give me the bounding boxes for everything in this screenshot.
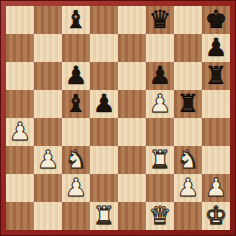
square-a3[interactable] — [6, 146, 34, 174]
square-d6[interactable] — [90, 62, 118, 90]
square-c3[interactable]: ♞ — [62, 146, 90, 174]
square-g7[interactable] — [174, 34, 202, 62]
black-rook[interactable]: ♜ — [177, 91, 199, 116]
square-f7[interactable] — [146, 34, 174, 62]
square-c5[interactable]: ♝ — [62, 90, 90, 118]
square-f6[interactable]: ♟ — [146, 62, 174, 90]
square-b1[interactable] — [34, 202, 62, 230]
square-a5[interactable] — [6, 90, 34, 118]
square-f4[interactable] — [146, 118, 174, 146]
square-a7[interactable] — [6, 34, 34, 62]
square-a6[interactable] — [6, 62, 34, 90]
square-c1[interactable] — [62, 202, 90, 230]
white-knight[interactable]: ♞ — [65, 147, 87, 172]
black-rook[interactable]: ♜ — [205, 63, 227, 88]
square-b6[interactable] — [34, 62, 62, 90]
white-rook[interactable]: ♜ — [93, 203, 115, 228]
black-pawn[interactable]: ♟ — [93, 91, 115, 116]
white-pawn[interactable]: ♟ — [37, 147, 59, 172]
white-queen[interactable]: ♛ — [149, 203, 171, 228]
square-e2[interactable] — [118, 174, 146, 202]
square-e7[interactable] — [118, 34, 146, 62]
black-pawn[interactable]: ♟ — [205, 35, 227, 60]
square-a1[interactable] — [6, 202, 34, 230]
square-a2[interactable] — [6, 174, 34, 202]
black-king[interactable]: ♚ — [205, 7, 227, 32]
square-e3[interactable] — [118, 146, 146, 174]
square-e6[interactable] — [118, 62, 146, 90]
black-bishop[interactable]: ♝ — [65, 91, 87, 116]
square-f2[interactable] — [146, 174, 174, 202]
square-h4[interactable] — [202, 118, 230, 146]
square-f8[interactable]: ♛ — [146, 6, 174, 34]
square-g6[interactable] — [174, 62, 202, 90]
square-a4[interactable]: ♟ — [6, 118, 34, 146]
white-pawn[interactable]: ♟ — [177, 175, 199, 200]
black-bishop[interactable]: ♝ — [65, 7, 87, 32]
square-c6[interactable]: ♟ — [62, 62, 90, 90]
square-c7[interactable] — [62, 34, 90, 62]
white-pawn[interactable]: ♟ — [65, 175, 87, 200]
white-pawn[interactable]: ♟ — [9, 119, 31, 144]
square-g5[interactable]: ♜ — [174, 90, 202, 118]
square-a8[interactable] — [6, 6, 34, 34]
square-g2[interactable]: ♟ — [174, 174, 202, 202]
square-e1[interactable] — [118, 202, 146, 230]
square-d3[interactable] — [90, 146, 118, 174]
board-frame: ♝♛♚♟♟♟♜♝♟♟♜♟♟♞♜♞♟♟♟♜♛♚ — [0, 0, 236, 236]
square-d5[interactable]: ♟ — [90, 90, 118, 118]
square-h2[interactable]: ♟ — [202, 174, 230, 202]
square-b2[interactable] — [34, 174, 62, 202]
square-g4[interactable] — [174, 118, 202, 146]
square-b8[interactable] — [34, 6, 62, 34]
square-h7[interactable]: ♟ — [202, 34, 230, 62]
square-d2[interactable] — [90, 174, 118, 202]
square-h1[interactable]: ♚ — [202, 202, 230, 230]
black-pawn[interactable]: ♟ — [65, 63, 87, 88]
square-g1[interactable] — [174, 202, 202, 230]
square-h3[interactable] — [202, 146, 230, 174]
square-b4[interactable] — [34, 118, 62, 146]
square-c8[interactable]: ♝ — [62, 6, 90, 34]
square-f5[interactable]: ♟ — [146, 90, 174, 118]
square-b5[interactable] — [34, 90, 62, 118]
square-c2[interactable]: ♟ — [62, 174, 90, 202]
square-e4[interactable] — [118, 118, 146, 146]
square-b7[interactable] — [34, 34, 62, 62]
white-knight[interactable]: ♞ — [177, 147, 199, 172]
square-d8[interactable] — [90, 6, 118, 34]
square-d4[interactable] — [90, 118, 118, 146]
square-e5[interactable] — [118, 90, 146, 118]
black-pawn[interactable]: ♟ — [149, 63, 171, 88]
square-c4[interactable] — [62, 118, 90, 146]
chess-board: ♝♛♚♟♟♟♜♝♟♟♜♟♟♞♜♞♟♟♟♜♛♚ — [6, 6, 230, 230]
square-h6[interactable]: ♜ — [202, 62, 230, 90]
square-g3[interactable]: ♞ — [174, 146, 202, 174]
square-g8[interactable] — [174, 6, 202, 34]
square-f1[interactable]: ♛ — [146, 202, 174, 230]
square-b3[interactable]: ♟ — [34, 146, 62, 174]
white-pawn[interactable]: ♟ — [205, 175, 227, 200]
square-d1[interactable]: ♜ — [90, 202, 118, 230]
white-rook[interactable]: ♜ — [149, 147, 171, 172]
square-h8[interactable]: ♚ — [202, 6, 230, 34]
square-d7[interactable] — [90, 34, 118, 62]
square-f3[interactable]: ♜ — [146, 146, 174, 174]
black-queen[interactable]: ♛ — [149, 7, 171, 32]
white-king[interactable]: ♚ — [205, 203, 227, 228]
white-pawn[interactable]: ♟ — [149, 91, 171, 116]
square-e8[interactable] — [118, 6, 146, 34]
square-h5[interactable] — [202, 90, 230, 118]
